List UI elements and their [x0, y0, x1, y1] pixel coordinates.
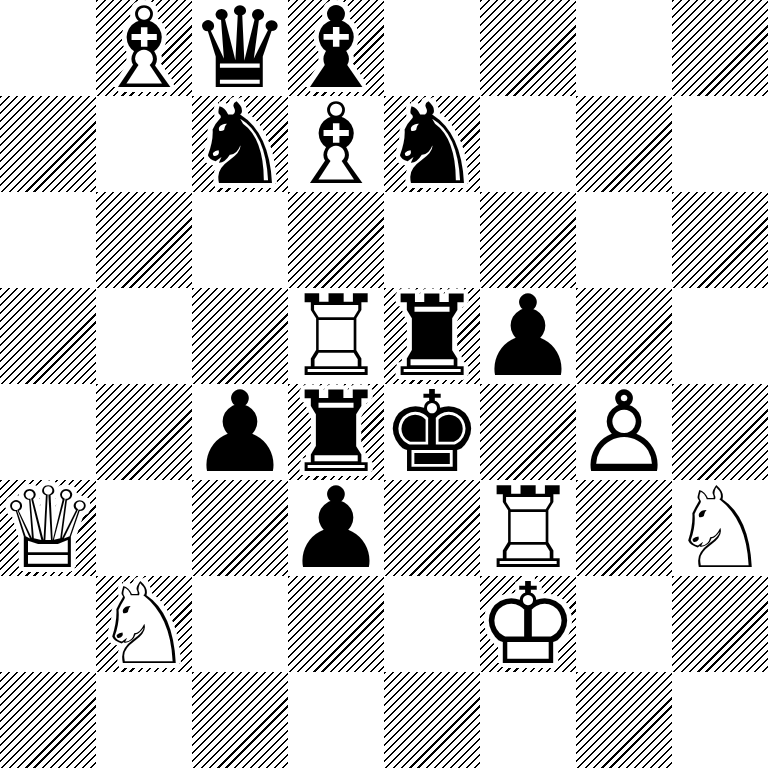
black-pawn: ♟♟: [288, 480, 384, 576]
square-h5[interactable]: [672, 288, 768, 384]
white-bishop: ♝♗: [288, 96, 384, 192]
square-g3[interactable]: [576, 480, 672, 576]
square-d3[interactable]: ♟♟: [288, 480, 384, 576]
square-a5[interactable]: [0, 288, 96, 384]
square-e3[interactable]: [384, 480, 480, 576]
square-a2[interactable]: [0, 576, 96, 672]
square-c6[interactable]: [192, 192, 288, 288]
black-pawn-glyph: ♟: [288, 480, 384, 576]
square-h2[interactable]: [672, 576, 768, 672]
white-bishop-glyph: ♗: [288, 96, 384, 192]
chess-board: ♝♗♛♛♝♝♞♞♝♗♞♞♜♖♜♜♟♟♟♟♜♜♚♚♟♙♛♕♟♟♜♖♞♘♞♘♚♔: [0, 0, 768, 768]
square-f2[interactable]: ♚♔: [480, 576, 576, 672]
square-c4[interactable]: ♟♟: [192, 384, 288, 480]
white-knight-glyph: ♘: [672, 480, 768, 576]
white-knight: ♞♘: [672, 480, 768, 576]
black-king-glyph: ♚: [384, 384, 480, 480]
square-e4[interactable]: ♚♚: [384, 384, 480, 480]
square-g7[interactable]: [576, 96, 672, 192]
white-bishop: ♝♗: [96, 0, 192, 96]
square-c2[interactable]: [192, 576, 288, 672]
white-king: ♚♔: [480, 576, 576, 672]
square-d1[interactable]: [288, 672, 384, 768]
square-g8[interactable]: [576, 0, 672, 96]
black-knight-glyph: ♞: [192, 96, 288, 192]
square-c7[interactable]: ♞♞: [192, 96, 288, 192]
square-h7[interactable]: [672, 96, 768, 192]
square-g1[interactable]: [576, 672, 672, 768]
square-c1[interactable]: [192, 672, 288, 768]
square-a8[interactable]: [0, 0, 96, 96]
white-knight-glyph: ♘: [96, 576, 192, 672]
square-h1[interactable]: [672, 672, 768, 768]
square-a7[interactable]: [0, 96, 96, 192]
black-knight: ♞♞: [384, 96, 480, 192]
white-knight: ♞♘: [96, 576, 192, 672]
white-bishop-glyph: ♗: [96, 0, 192, 96]
black-pawn-glyph: ♟: [480, 288, 576, 384]
square-b2[interactable]: ♞♘: [96, 576, 192, 672]
square-g4[interactable]: ♟♙: [576, 384, 672, 480]
square-d7[interactable]: ♝♗: [288, 96, 384, 192]
square-b7[interactable]: [96, 96, 192, 192]
square-h6[interactable]: [672, 192, 768, 288]
square-e2[interactable]: [384, 576, 480, 672]
square-h8[interactable]: [672, 0, 768, 96]
square-d2[interactable]: [288, 576, 384, 672]
square-f7[interactable]: [480, 96, 576, 192]
white-queen: ♛♕: [0, 480, 96, 576]
square-b6[interactable]: [96, 192, 192, 288]
square-b5[interactable]: [96, 288, 192, 384]
square-f1[interactable]: [480, 672, 576, 768]
square-a1[interactable]: [0, 672, 96, 768]
white-king-glyph: ♔: [480, 576, 576, 672]
black-pawn: ♟♟: [192, 384, 288, 480]
white-pawn-glyph: ♙: [576, 384, 672, 480]
square-g2[interactable]: [576, 576, 672, 672]
square-e1[interactable]: [384, 672, 480, 768]
square-f5[interactable]: ♟♟: [480, 288, 576, 384]
square-h3[interactable]: ♞♘: [672, 480, 768, 576]
square-a3[interactable]: ♛♕: [0, 480, 96, 576]
black-knight: ♞♞: [192, 96, 288, 192]
square-c3[interactable]: [192, 480, 288, 576]
square-b1[interactable]: [96, 672, 192, 768]
square-a6[interactable]: [0, 192, 96, 288]
square-e7[interactable]: ♞♞: [384, 96, 480, 192]
black-king: ♚♚: [384, 384, 480, 480]
square-b4[interactable]: [96, 384, 192, 480]
square-b8[interactable]: ♝♗: [96, 0, 192, 96]
white-pawn: ♟♙: [576, 384, 672, 480]
black-pawn: ♟♟: [480, 288, 576, 384]
white-queen-glyph: ♕: [0, 480, 96, 576]
black-pawn-glyph: ♟: [192, 384, 288, 480]
black-knight-glyph: ♞: [384, 96, 480, 192]
square-f8[interactable]: [480, 0, 576, 96]
square-g6[interactable]: [576, 192, 672, 288]
